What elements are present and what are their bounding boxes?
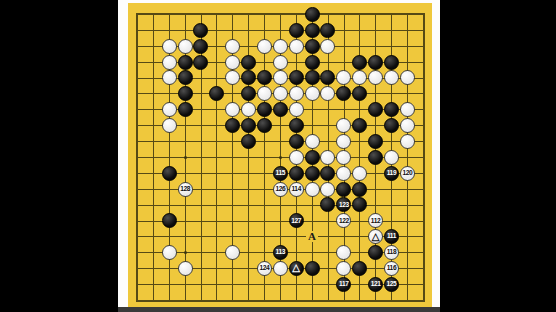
board-point-12-2[interactable] xyxy=(304,22,320,38)
board-point-9-19[interactable] xyxy=(257,292,273,308)
board-point-7-10[interactable] xyxy=(225,149,241,165)
board-point-17-18[interactable]: 125 xyxy=(384,276,400,292)
board-point-12-19[interactable] xyxy=(304,292,320,308)
board-point-16-6[interactable] xyxy=(368,86,384,102)
board-point-16-12[interactable] xyxy=(368,181,384,197)
board-point-4-12[interactable]: 128 xyxy=(177,181,193,197)
board-point-15-7[interactable] xyxy=(352,102,368,118)
board-point-16-1[interactable] xyxy=(368,7,384,23)
board-point-4-6[interactable] xyxy=(177,86,193,102)
board-point-17-8[interactable] xyxy=(384,118,400,134)
board-point-3-16[interactable] xyxy=(161,245,177,261)
board-point-8-14[interactable] xyxy=(241,213,257,229)
board-point-7-11[interactable] xyxy=(225,165,241,181)
board-point-13-2[interactable] xyxy=(320,22,336,38)
board-point-4-11[interactable] xyxy=(177,165,193,181)
board-point-5-5[interactable] xyxy=(193,70,209,86)
board-point-15-4[interactable] xyxy=(352,54,368,70)
board-point-17-5[interactable] xyxy=(384,70,400,86)
board-point-14-13[interactable]: 123 xyxy=(336,197,352,213)
board-point-8-11[interactable] xyxy=(241,165,257,181)
board-point-5-8[interactable] xyxy=(193,118,209,134)
board-point-14-5[interactable] xyxy=(336,70,352,86)
board-point-15-10[interactable] xyxy=(352,149,368,165)
board-point-11-6[interactable] xyxy=(288,86,304,102)
board-point-14-2[interactable] xyxy=(336,22,352,38)
board-point-12-14[interactable] xyxy=(304,213,320,229)
board-point-8-6[interactable] xyxy=(241,86,257,102)
board-point-12-9[interactable] xyxy=(304,134,320,150)
board-point-16-11[interactable] xyxy=(368,165,384,181)
board-point-17-17[interactable]: 116 xyxy=(384,261,400,277)
board-point-16-3[interactable] xyxy=(368,38,384,54)
board-point-11-14[interactable]: 127 xyxy=(288,213,304,229)
board-point-6-2[interactable] xyxy=(209,22,225,38)
board-point-9-1[interactable] xyxy=(257,7,273,23)
board-point-18-8[interactable] xyxy=(399,118,415,134)
board-point-16-17[interactable] xyxy=(368,261,384,277)
board-point-4-4[interactable] xyxy=(177,54,193,70)
board-point-13-15[interactable] xyxy=(320,229,336,245)
board-point-18-3[interactable] xyxy=(399,38,415,54)
board-point-13-4[interactable] xyxy=(320,54,336,70)
board-point-6-10[interactable] xyxy=(209,149,225,165)
board-point-2-12[interactable] xyxy=(145,181,161,197)
board-point-8-10[interactable] xyxy=(241,149,257,165)
board-point-14-6[interactable] xyxy=(336,86,352,102)
board-point-11-1[interactable] xyxy=(288,7,304,23)
board-point-9-4[interactable] xyxy=(257,54,273,70)
board-point-6-14[interactable] xyxy=(209,213,225,229)
board-point-10-4[interactable] xyxy=(272,54,288,70)
board-point-17-6[interactable] xyxy=(384,86,400,102)
board-point-16-4[interactable] xyxy=(368,54,384,70)
board-point-14-15[interactable] xyxy=(336,229,352,245)
board-point-13-14[interactable] xyxy=(320,213,336,229)
board-point-16-14[interactable]: 112 xyxy=(368,213,384,229)
board-point-7-15[interactable] xyxy=(225,229,241,245)
board-point-12-1[interactable] xyxy=(304,7,320,23)
board-point-10-19[interactable] xyxy=(272,292,288,308)
board-point-6-16[interactable] xyxy=(209,245,225,261)
board-point-15-12[interactable] xyxy=(352,181,368,197)
board-point-19-4[interactable] xyxy=(415,54,431,70)
board-point-1-13[interactable] xyxy=(130,197,146,213)
board-point-19-3[interactable] xyxy=(415,38,431,54)
board-point-12-15[interactable]: A xyxy=(304,229,320,245)
board-point-3-17[interactable] xyxy=(161,261,177,277)
board-point-11-3[interactable] xyxy=(288,38,304,54)
board-point-7-19[interactable] xyxy=(225,292,241,308)
board-point-7-8[interactable] xyxy=(225,118,241,134)
board-point-15-13[interactable] xyxy=(352,197,368,213)
board-point-5-3[interactable] xyxy=(193,38,209,54)
board-point-1-1[interactable] xyxy=(130,7,146,23)
board-point-14-7[interactable] xyxy=(336,102,352,118)
board-point-3-3[interactable] xyxy=(161,38,177,54)
board-point-8-3[interactable] xyxy=(241,38,257,54)
board-point-19-6[interactable] xyxy=(415,86,431,102)
board-point-8-12[interactable] xyxy=(241,181,257,197)
board-point-4-16[interactable] xyxy=(177,245,193,261)
board-point-8-19[interactable] xyxy=(241,292,257,308)
board-point-9-17[interactable]: 124 xyxy=(257,261,273,277)
board-point-16-5[interactable] xyxy=(368,70,384,86)
board-point-8-13[interactable] xyxy=(241,197,257,213)
board-point-11-15[interactable] xyxy=(288,229,304,245)
board-point-12-11[interactable] xyxy=(304,165,320,181)
board-point-3-19[interactable] xyxy=(161,292,177,308)
board-point-1-8[interactable] xyxy=(130,118,146,134)
board-point-8-2[interactable] xyxy=(241,22,257,38)
board-point-10-16[interactable]: 113 xyxy=(272,245,288,261)
board-point-17-3[interactable] xyxy=(384,38,400,54)
board-point-4-10[interactable] xyxy=(177,149,193,165)
board-point-18-6[interactable] xyxy=(399,86,415,102)
board-point-10-13[interactable] xyxy=(272,197,288,213)
board-point-16-10[interactable] xyxy=(368,149,384,165)
board-point-3-11[interactable] xyxy=(161,165,177,181)
board-point-13-16[interactable] xyxy=(320,245,336,261)
board-point-5-6[interactable] xyxy=(193,86,209,102)
board-point-10-17[interactable] xyxy=(272,261,288,277)
board-point-3-8[interactable] xyxy=(161,118,177,134)
board-point-13-11[interactable] xyxy=(320,165,336,181)
board-point-5-13[interactable] xyxy=(193,197,209,213)
board-point-15-11[interactable] xyxy=(352,165,368,181)
board-point-14-8[interactable] xyxy=(336,118,352,134)
board-point-13-17[interactable] xyxy=(320,261,336,277)
board-point-4-18[interactable] xyxy=(177,276,193,292)
board-point-12-6[interactable] xyxy=(304,86,320,102)
board-point-8-8[interactable] xyxy=(241,118,257,134)
board-point-14-18[interactable]: 117 xyxy=(336,276,352,292)
board-point-15-17[interactable] xyxy=(352,261,368,277)
board-point-5-1[interactable] xyxy=(193,7,209,23)
board-point-17-13[interactable] xyxy=(384,197,400,213)
board-point-12-18[interactable] xyxy=(304,276,320,292)
board-point-16-16[interactable] xyxy=(368,245,384,261)
board-point-7-7[interactable] xyxy=(225,102,241,118)
board-point-16-13[interactable] xyxy=(368,197,384,213)
board-point-6-9[interactable] xyxy=(209,134,225,150)
board-point-13-18[interactable] xyxy=(320,276,336,292)
board-point-8-17[interactable] xyxy=(241,261,257,277)
board-point-10-5[interactable] xyxy=(272,70,288,86)
board-point-17-4[interactable] xyxy=(384,54,400,70)
board-point-13-6[interactable] xyxy=(320,86,336,102)
board-point-1-16[interactable] xyxy=(130,245,146,261)
board-point-3-5[interactable] xyxy=(161,70,177,86)
board-point-8-15[interactable] xyxy=(241,229,257,245)
board-point-7-12[interactable] xyxy=(225,181,241,197)
board-point-4-17[interactable] xyxy=(177,261,193,277)
board-point-10-2[interactable] xyxy=(272,22,288,38)
board-point-5-4[interactable] xyxy=(193,54,209,70)
board-point-3-1[interactable] xyxy=(161,7,177,23)
board-point-3-14[interactable] xyxy=(161,213,177,229)
board-point-5-17[interactable] xyxy=(193,261,209,277)
board-point-19-17[interactable] xyxy=(415,261,431,277)
board-point-2-3[interactable] xyxy=(145,38,161,54)
board-point-10-9[interactable] xyxy=(272,134,288,150)
board-point-1-17[interactable] xyxy=(130,261,146,277)
board-point-9-9[interactable] xyxy=(257,134,273,150)
board-point-12-4[interactable] xyxy=(304,54,320,70)
board-point-7-13[interactable] xyxy=(225,197,241,213)
board-point-1-7[interactable] xyxy=(130,102,146,118)
board-point-9-3[interactable] xyxy=(257,38,273,54)
board-point-12-3[interactable] xyxy=(304,38,320,54)
board-point-12-8[interactable] xyxy=(304,118,320,134)
board-point-17-12[interactable] xyxy=(384,181,400,197)
board-point-13-1[interactable] xyxy=(320,7,336,23)
board-point-10-1[interactable] xyxy=(272,7,288,23)
board-point-18-7[interactable] xyxy=(399,102,415,118)
board-point-2-16[interactable] xyxy=(145,245,161,261)
board-point-2-9[interactable] xyxy=(145,134,161,150)
board-point-6-1[interactable] xyxy=(209,7,225,23)
board-point-9-14[interactable] xyxy=(257,213,273,229)
board-point-19-15[interactable] xyxy=(415,229,431,245)
board-point-15-18[interactable] xyxy=(352,276,368,292)
board-point-14-16[interactable] xyxy=(336,245,352,261)
board-point-4-8[interactable] xyxy=(177,118,193,134)
board-point-18-4[interactable] xyxy=(399,54,415,70)
board-point-4-7[interactable] xyxy=(177,102,193,118)
board-point-5-9[interactable] xyxy=(193,134,209,150)
board-point-2-7[interactable] xyxy=(145,102,161,118)
board-point-11-5[interactable] xyxy=(288,70,304,86)
board-point-14-12[interactable] xyxy=(336,181,352,197)
board-point-6-11[interactable] xyxy=(209,165,225,181)
board-point-6-6[interactable] xyxy=(209,86,225,102)
board-point-17-15[interactable]: 111 xyxy=(384,229,400,245)
board-point-13-12[interactable] xyxy=(320,181,336,197)
board-point-5-19[interactable] xyxy=(193,292,209,308)
board-point-15-6[interactable] xyxy=(352,86,368,102)
board-point-15-19[interactable] xyxy=(352,292,368,308)
board-point-11-4[interactable] xyxy=(288,54,304,70)
board-point-13-9[interactable] xyxy=(320,134,336,150)
board-point-13-3[interactable] xyxy=(320,38,336,54)
board-point-3-15[interactable] xyxy=(161,229,177,245)
board-point-6-4[interactable] xyxy=(209,54,225,70)
board-point-7-17[interactable] xyxy=(225,261,241,277)
board-point-12-5[interactable] xyxy=(304,70,320,86)
board-point-7-6[interactable] xyxy=(225,86,241,102)
board-point-1-3[interactable] xyxy=(130,38,146,54)
board-point-1-15[interactable] xyxy=(130,229,146,245)
board-point-3-12[interactable] xyxy=(161,181,177,197)
board-point-19-18[interactable] xyxy=(415,276,431,292)
board-point-9-16[interactable] xyxy=(257,245,273,261)
board-point-2-1[interactable] xyxy=(145,7,161,23)
board-point-11-8[interactable] xyxy=(288,118,304,134)
board-point-18-13[interactable] xyxy=(399,197,415,213)
board-point-15-5[interactable] xyxy=(352,70,368,86)
board-point-14-19[interactable] xyxy=(336,292,352,308)
board-point-1-14[interactable] xyxy=(130,213,146,229)
board-point-1-18[interactable] xyxy=(130,276,146,292)
board-point-2-4[interactable] xyxy=(145,54,161,70)
board-point-14-9[interactable] xyxy=(336,134,352,150)
board-point-2-10[interactable] xyxy=(145,149,161,165)
board-point-13-10[interactable] xyxy=(320,149,336,165)
board-point-16-19[interactable] xyxy=(368,292,384,308)
board-point-17-9[interactable] xyxy=(384,134,400,150)
board-point-4-15[interactable] xyxy=(177,229,193,245)
board-point-7-4[interactable] xyxy=(225,54,241,70)
board-point-18-11[interactable]: 120 xyxy=(399,165,415,181)
board-point-5-15[interactable] xyxy=(193,229,209,245)
board-point-18-14[interactable] xyxy=(399,213,415,229)
board-point-11-7[interactable] xyxy=(288,102,304,118)
board-point-19-13[interactable] xyxy=(415,197,431,213)
board-point-15-9[interactable] xyxy=(352,134,368,150)
board-point-6-15[interactable] xyxy=(209,229,225,245)
board-point-11-16[interactable] xyxy=(288,245,304,261)
board-point-9-8[interactable] xyxy=(257,118,273,134)
board-point-1-12[interactable] xyxy=(130,181,146,197)
board-point-9-5[interactable] xyxy=(257,70,273,86)
board-point-9-7[interactable] xyxy=(257,102,273,118)
board-point-16-9[interactable] xyxy=(368,134,384,150)
board-point-4-13[interactable] xyxy=(177,197,193,213)
board-point-6-3[interactable] xyxy=(209,38,225,54)
board-point-1-10[interactable] xyxy=(130,149,146,165)
board-point-2-17[interactable] xyxy=(145,261,161,277)
board-point-18-17[interactable] xyxy=(399,261,415,277)
board-point-6-7[interactable] xyxy=(209,102,225,118)
board-point-2-19[interactable] xyxy=(145,292,161,308)
board-point-17-19[interactable] xyxy=(384,292,400,308)
board-point-14-11[interactable] xyxy=(336,165,352,181)
board-point-10-11[interactable]: 115 xyxy=(272,165,288,181)
board-point-7-1[interactable] xyxy=(225,7,241,23)
board-point-7-5[interactable] xyxy=(225,70,241,86)
board-point-2-11[interactable] xyxy=(145,165,161,181)
board-point-18-1[interactable] xyxy=(399,7,415,23)
board-point-4-5[interactable] xyxy=(177,70,193,86)
board-point-2-8[interactable] xyxy=(145,118,161,134)
board-point-2-6[interactable] xyxy=(145,86,161,102)
board-point-14-14[interactable]: 122 xyxy=(336,213,352,229)
board-point-10-15[interactable] xyxy=(272,229,288,245)
board-point-11-19[interactable] xyxy=(288,292,304,308)
board-point-17-7[interactable] xyxy=(384,102,400,118)
board-point-2-13[interactable] xyxy=(145,197,161,213)
board-point-8-16[interactable] xyxy=(241,245,257,261)
board-point-10-6[interactable] xyxy=(272,86,288,102)
board-point-19-16[interactable] xyxy=(415,245,431,261)
board-point-1-6[interactable] xyxy=(130,86,146,102)
board-point-18-16[interactable] xyxy=(399,245,415,261)
board-point-5-18[interactable] xyxy=(193,276,209,292)
board-point-6-13[interactable] xyxy=(209,197,225,213)
board-point-2-18[interactable] xyxy=(145,276,161,292)
board-point-15-14[interactable] xyxy=(352,213,368,229)
board-point-14-17[interactable] xyxy=(336,261,352,277)
board-point-18-15[interactable] xyxy=(399,229,415,245)
board-point-18-9[interactable] xyxy=(399,134,415,150)
board-point-15-3[interactable] xyxy=(352,38,368,54)
board-point-5-2[interactable] xyxy=(193,22,209,38)
board-point-19-11[interactable] xyxy=(415,165,431,181)
board-point-14-10[interactable] xyxy=(336,149,352,165)
board-point-11-12[interactable]: 114 xyxy=(288,181,304,197)
board-point-1-19[interactable] xyxy=(130,292,146,308)
board-point-4-2[interactable] xyxy=(177,22,193,38)
board-point-4-9[interactable] xyxy=(177,134,193,150)
board-point-14-4[interactable] xyxy=(336,54,352,70)
board-point-11-10[interactable] xyxy=(288,149,304,165)
board-point-1-5[interactable] xyxy=(130,70,146,86)
board-point-13-13[interactable] xyxy=(320,197,336,213)
board-point-18-10[interactable] xyxy=(399,149,415,165)
board-point-8-9[interactable] xyxy=(241,134,257,150)
board-point-4-3[interactable] xyxy=(177,38,193,54)
board-point-7-14[interactable] xyxy=(225,213,241,229)
board-point-7-2[interactable] xyxy=(225,22,241,38)
board-point-15-1[interactable] xyxy=(352,7,368,23)
board-point-19-10[interactable] xyxy=(415,149,431,165)
board-point-19-2[interactable] xyxy=(415,22,431,38)
board-point-9-2[interactable] xyxy=(257,22,273,38)
board-point-13-19[interactable] xyxy=(320,292,336,308)
board-point-12-13[interactable] xyxy=(304,197,320,213)
board-point-3-6[interactable] xyxy=(161,86,177,102)
board-point-15-16[interactable] xyxy=(352,245,368,261)
board-point-5-11[interactable] xyxy=(193,165,209,181)
board-point-7-16[interactable] xyxy=(225,245,241,261)
board-point-15-8[interactable] xyxy=(352,118,368,134)
board-point-7-9[interactable] xyxy=(225,134,241,150)
board-point-10-18[interactable] xyxy=(272,276,288,292)
board-point-17-16[interactable]: 118 xyxy=(384,245,400,261)
board-point-18-18[interactable] xyxy=(399,276,415,292)
board-point-12-16[interactable] xyxy=(304,245,320,261)
board-point-8-7[interactable] xyxy=(241,102,257,118)
board-point-5-7[interactable] xyxy=(193,102,209,118)
board-point-9-10[interactable] xyxy=(257,149,273,165)
board-point-2-14[interactable] xyxy=(145,213,161,229)
board-point-7-18[interactable] xyxy=(225,276,241,292)
board-point-8-5[interactable] xyxy=(241,70,257,86)
board-point-19-8[interactable] xyxy=(415,118,431,134)
board-point-8-4[interactable] xyxy=(241,54,257,70)
board-point-12-10[interactable] xyxy=(304,149,320,165)
board-point-8-1[interactable] xyxy=(241,7,257,23)
board-point-16-18[interactable]: 121 xyxy=(368,276,384,292)
board-point-19-1[interactable] xyxy=(415,7,431,23)
board-point-6-18[interactable] xyxy=(209,276,225,292)
board-point-19-9[interactable] xyxy=(415,134,431,150)
board-point-9-15[interactable] xyxy=(257,229,273,245)
board-point-12-12[interactable] xyxy=(304,181,320,197)
board-point-9-6[interactable] xyxy=(257,86,273,102)
board-point-17-2[interactable] xyxy=(384,22,400,38)
board-point-3-9[interactable] xyxy=(161,134,177,150)
board-point-16-8[interactable] xyxy=(368,118,384,134)
board-point-18-12[interactable] xyxy=(399,181,415,197)
board-point-9-18[interactable] xyxy=(257,276,273,292)
board-point-17-1[interactable] xyxy=(384,7,400,23)
board-point-14-1[interactable] xyxy=(336,7,352,23)
board-point-3-7[interactable] xyxy=(161,102,177,118)
board-point-3-2[interactable] xyxy=(161,22,177,38)
board-point-16-7[interactable] xyxy=(368,102,384,118)
